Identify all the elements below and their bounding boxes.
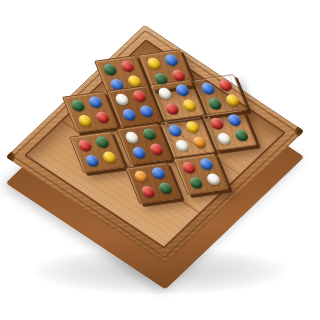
red-dot <box>217 79 234 92</box>
blue-dot <box>87 96 104 109</box>
green-dot <box>233 129 250 142</box>
blue-dot <box>200 82 217 95</box>
yellow-dot <box>224 94 241 107</box>
blue-dot <box>198 158 215 171</box>
white-dot <box>174 139 191 152</box>
white-dot <box>114 93 131 106</box>
green-dot <box>141 128 158 141</box>
blue-dot <box>174 84 191 97</box>
red-dot <box>94 111 111 124</box>
green-dot <box>207 97 224 110</box>
red-dot <box>119 60 136 73</box>
red-dot <box>131 90 148 103</box>
blue-dot <box>226 114 243 127</box>
orange-dot <box>133 170 150 183</box>
puzzle-tile-G[interactable] <box>69 131 125 173</box>
orange-dot <box>191 136 208 149</box>
white-dot <box>124 131 141 144</box>
red-dot <box>140 185 157 198</box>
blue-dot <box>121 108 138 121</box>
white-dot <box>157 87 174 100</box>
blue-dot <box>131 146 148 159</box>
green-dot <box>70 99 87 112</box>
yellow-dot <box>181 99 198 112</box>
blue-dot <box>150 167 167 180</box>
green-dot <box>94 136 111 149</box>
tile-layer <box>0 0 320 320</box>
green-dot <box>157 182 174 195</box>
yellow-dot <box>146 57 163 70</box>
product-photo-scene <box>0 0 320 320</box>
blue-dot <box>163 54 180 67</box>
puzzle-tile-N[interactable] <box>173 153 229 195</box>
yellow-dot <box>101 151 118 164</box>
red-dot <box>164 102 181 115</box>
green-dot <box>102 63 119 76</box>
blue-dot <box>167 124 184 137</box>
red-dot <box>77 139 94 152</box>
blue-dot <box>84 154 101 167</box>
yellow-dot <box>184 121 201 134</box>
red-dot <box>181 161 198 174</box>
blue-dot <box>138 105 155 118</box>
green-dot <box>188 176 205 189</box>
red-dot <box>148 143 165 156</box>
puzzle-tile-M[interactable] <box>125 162 181 204</box>
red-dot <box>209 117 226 130</box>
yellow-dot <box>77 114 94 127</box>
white-dot <box>216 132 233 145</box>
white-dot <box>205 173 222 186</box>
